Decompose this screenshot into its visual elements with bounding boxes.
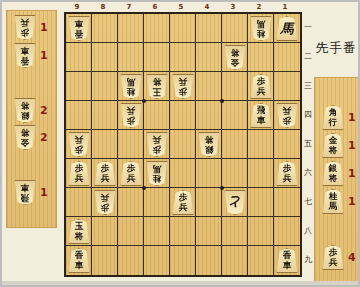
sente-piece-silver-in-hand[interactable]: 銀将 — [322, 161, 344, 186]
rank-label-3: 三 — [303, 80, 313, 91]
board-cell-3四[interactable] — [222, 101, 248, 130]
board-cell-8八[interactable] — [92, 217, 118, 246]
gote-captured-stand: 歩兵1香車1銀将2金将2飛車1 — [6, 10, 57, 228]
board-cell-7九[interactable] — [118, 246, 144, 275]
gote-hand-count-gold: 2 — [40, 131, 48, 144]
piece-kanji: 兵 — [127, 174, 136, 183]
piece-kanji: 桂 — [257, 29, 266, 38]
sente-hand-count-bishop: 1 — [348, 111, 356, 124]
board-cell-1五[interactable] — [274, 130, 300, 159]
sente-hand-count-knight: 1 — [348, 195, 356, 208]
piece-kanji: 兵 — [101, 174, 110, 183]
gote-hand-count-pawn: 1 — [40, 21, 48, 34]
piece-kanji: 馬 — [257, 19, 266, 28]
piece-kanji: 歩 — [179, 87, 188, 96]
board-cell-5八[interactable] — [170, 217, 196, 246]
board-cell-2二[interactable] — [248, 43, 274, 72]
board-star-point — [142, 99, 146, 103]
board-cell-6四[interactable] — [144, 101, 170, 130]
board-cell-6一[interactable] — [144, 14, 170, 43]
piece-kanji: 車 — [75, 261, 84, 270]
board-cell-8一[interactable] — [92, 14, 118, 43]
board-cell-9四[interactable] — [66, 101, 92, 130]
sente-hand-count-pawn: 4 — [348, 251, 356, 264]
piece-kanji: 将 — [21, 101, 30, 110]
piece-kanji: 銀 — [205, 145, 214, 154]
board-cell-8五[interactable] — [92, 130, 118, 159]
piece-kanji: 兵 — [329, 258, 338, 267]
piece-kanji: 車 — [75, 19, 84, 28]
gote-piece-silver-in-hand[interactable]: 銀将 — [14, 98, 36, 123]
board-cell-5九[interactable] — [170, 246, 196, 275]
shogi-board: 香車桂馬馬金将桂馬王将歩兵歩兵歩兵飛車歩兵歩兵歩兵銀将歩兵歩兵歩兵桂馬歩兵歩兵歩… — [64, 12, 302, 277]
board-cell-4七[interactable] — [196, 188, 222, 217]
board-cell-2七[interactable] — [248, 188, 274, 217]
piece-kanji: 桂 — [153, 174, 162, 183]
board-cell-3五[interactable] — [222, 130, 248, 159]
board-cell-2八[interactable] — [248, 217, 274, 246]
piece-kanji: と — [228, 196, 241, 209]
piece-kanji: 歩 — [101, 203, 110, 212]
board-cell-4四[interactable] — [196, 101, 222, 130]
piece-kanji: 兵 — [21, 18, 30, 27]
sente-captured-stand: 角行1金将1銀将1桂馬1歩兵4 — [314, 77, 360, 286]
file-label-1: 1 — [272, 3, 298, 11]
board-cell-4九[interactable] — [196, 246, 222, 275]
piece-kanji: 兵 — [75, 135, 84, 144]
rank-label-5: 五 — [303, 138, 313, 149]
board-cell-3九[interactable] — [222, 246, 248, 275]
board-cell-2五[interactable] — [248, 130, 274, 159]
piece-kanji: 兵 — [101, 193, 110, 202]
piece-kanji: 将 — [21, 128, 30, 137]
piece-kanji: 銀 — [21, 110, 30, 119]
turn-indicator: 先手番 — [312, 40, 360, 57]
board-cell-5六[interactable] — [170, 159, 196, 188]
piece-kanji: 歩 — [153, 145, 162, 154]
gote-piece-rook-in-hand[interactable]: 飛車 — [14, 180, 36, 205]
piece-kanji: 車 — [257, 116, 266, 125]
sente-hand-count-gold: 1 — [348, 139, 356, 152]
board-star-point — [220, 186, 224, 190]
file-label-3: 3 — [220, 3, 246, 11]
board-cell-4二[interactable] — [196, 43, 222, 72]
piece-kanji: 兵 — [127, 106, 136, 115]
board-star-point — [220, 99, 224, 103]
piece-kanji: 歩 — [75, 145, 84, 154]
piece-kanji: 兵 — [153, 135, 162, 144]
piece-kanji: 車 — [283, 261, 292, 270]
rank-label-8: 八 — [303, 225, 313, 236]
board-cell-6二[interactable] — [144, 43, 170, 72]
piece-kanji: 将 — [329, 174, 338, 183]
board-cell-9七[interactable] — [66, 188, 92, 217]
piece-kanji: 兵 — [179, 203, 188, 212]
board-cell-7八[interactable] — [118, 217, 144, 246]
board-cell-3三[interactable] — [222, 72, 248, 101]
sente-piece-bishop-in-hand[interactable]: 角行 — [322, 105, 344, 130]
board-cell-7七[interactable] — [118, 188, 144, 217]
board-cell-3一[interactable] — [222, 14, 248, 43]
rank-label-1: 一 — [303, 22, 313, 33]
piece-kanji: 金 — [21, 138, 30, 147]
rank-label-2: 二 — [303, 51, 313, 62]
file-label-7: 7 — [116, 3, 142, 11]
board-cell-4三[interactable] — [196, 72, 222, 101]
board-cell-4一[interactable] — [196, 14, 222, 43]
piece-kanji: 馬 — [329, 202, 338, 211]
gote-hand-count-lance: 1 — [40, 49, 48, 62]
file-label-9: 9 — [64, 3, 90, 11]
board-cell-8三[interactable] — [92, 72, 118, 101]
piece-kanji: 兵 — [75, 174, 84, 183]
piece-kanji: 馬 — [281, 22, 294, 35]
piece-kanji: 将 — [231, 48, 240, 57]
board-cell-5二[interactable] — [170, 43, 196, 72]
file-label-2: 2 — [246, 3, 272, 11]
board-cell-7五[interactable] — [118, 130, 144, 159]
sente-piece-gold-in-hand[interactable]: 金将 — [322, 133, 344, 158]
piece-kanji: 将 — [205, 135, 214, 144]
board-cell-3六[interactable] — [222, 159, 248, 188]
piece-kanji: 車 — [21, 46, 30, 55]
board-cell-2九[interactable] — [248, 246, 274, 275]
piece-kanji: 王 — [153, 87, 162, 96]
sente-hand-count-silver: 1 — [348, 167, 356, 180]
file-label-8: 8 — [90, 3, 116, 11]
board-cell-4六[interactable] — [196, 159, 222, 188]
rank-label-4: 四 — [303, 109, 313, 120]
gote-hand-count-rook: 1 — [40, 186, 48, 199]
board-cell-6七[interactable] — [144, 188, 170, 217]
gote-piece-gold-in-hand[interactable]: 金将 — [14, 125, 36, 150]
piece-kanji: 歩 — [283, 116, 292, 125]
piece-kanji: 金 — [231, 58, 240, 67]
board-cell-7一[interactable] — [118, 14, 144, 43]
piece-kanji: 兵 — [283, 174, 292, 183]
board-cell-6八[interactable] — [144, 217, 170, 246]
board-cell-8四[interactable] — [92, 101, 118, 130]
piece-kanji: 車 — [21, 183, 30, 192]
piece-kanji: 将 — [75, 232, 84, 241]
board-star-point — [142, 186, 146, 190]
piece-kanji: 桂 — [127, 87, 136, 96]
board-cell-9二[interactable] — [66, 43, 92, 72]
gote-piece-lance-in-hand[interactable]: 香車 — [14, 43, 36, 68]
piece-kanji: 香 — [75, 29, 84, 38]
board-cell-7二[interactable] — [118, 43, 144, 72]
shogi-diagram-window: 歩兵1香車1銀将2金将2飛車1 香車桂馬馬金将桂馬王将歩兵歩兵歩兵飛車歩兵歩兵歩… — [0, 0, 360, 287]
piece-kanji: 馬 — [127, 77, 136, 86]
board-cell-5四[interactable] — [170, 101, 196, 130]
sente-piece-pawn-in-hand[interactable]: 歩兵 — [322, 245, 344, 270]
piece-kanji: 香 — [21, 55, 30, 64]
board-cell-5一[interactable] — [170, 14, 196, 43]
board-cell-1三[interactable] — [274, 72, 300, 101]
board-cell-5五[interactable] — [170, 130, 196, 159]
gote-hand-count-silver: 2 — [40, 104, 48, 117]
board-cell-1七[interactable] — [274, 188, 300, 217]
window-bottom-edge — [2, 281, 358, 285]
piece-kanji: 行 — [329, 118, 338, 127]
piece-kanji: 兵 — [179, 77, 188, 86]
board-cell-6九[interactable] — [144, 246, 170, 275]
file-label-4: 4 — [194, 3, 220, 11]
file-label-6: 6 — [142, 3, 168, 11]
rank-label-7: 七 — [303, 196, 313, 207]
file-label-5: 5 — [168, 3, 194, 11]
board-cell-2六[interactable] — [248, 159, 274, 188]
piece-kanji: 歩 — [21, 28, 30, 37]
piece-kanji: 兵 — [257, 87, 266, 96]
board-cell-4八[interactable] — [196, 217, 222, 246]
piece-kanji: 将 — [329, 146, 338, 155]
board-cell-3八[interactable] — [222, 217, 248, 246]
piece-kanji: 兵 — [283, 106, 292, 115]
board-cell-1八[interactable] — [274, 217, 300, 246]
board-cell-8九[interactable] — [92, 246, 118, 275]
sente-piece-knight-in-hand[interactable]: 桂馬 — [322, 189, 344, 214]
piece-kanji: 飛 — [21, 193, 30, 202]
board-cell-8二[interactable] — [92, 43, 118, 72]
gote-piece-pawn-in-hand[interactable]: 歩兵 — [14, 15, 36, 40]
piece-kanji: 馬 — [153, 164, 162, 173]
piece-kanji: 将 — [153, 77, 162, 86]
rank-label-6: 六 — [303, 167, 313, 178]
piece-kanji: 歩 — [127, 116, 136, 125]
board-cell-9三[interactable] — [66, 72, 92, 101]
board-cell-1二[interactable] — [274, 43, 300, 72]
rank-label-9: 九 — [303, 254, 313, 265]
